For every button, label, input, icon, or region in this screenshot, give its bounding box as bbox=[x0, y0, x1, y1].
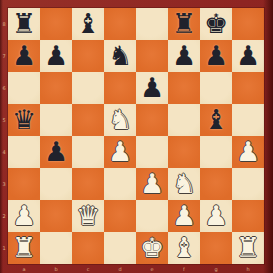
square-a6 bbox=[8, 72, 40, 104]
square-g2: ♟ bbox=[200, 200, 232, 232]
square-b1 bbox=[40, 232, 72, 264]
square-b7: ♟ bbox=[40, 40, 72, 72]
file-label-h: h bbox=[232, 266, 264, 272]
square-a3 bbox=[8, 168, 40, 200]
square-d7: ♞ bbox=[104, 40, 136, 72]
white-king-e1: ♚ bbox=[136, 232, 168, 264]
square-g4 bbox=[200, 136, 232, 168]
square-h1: ♜ bbox=[232, 232, 264, 264]
square-e3: ♟ bbox=[136, 168, 168, 200]
rank-label-7: 7 bbox=[1, 53, 7, 59]
white-knight-d5: ♞ bbox=[104, 104, 136, 136]
square-b5 bbox=[40, 104, 72, 136]
square-b2 bbox=[40, 200, 72, 232]
square-a7: ♟ bbox=[8, 40, 40, 72]
square-e8 bbox=[136, 8, 168, 40]
square-h5 bbox=[232, 104, 264, 136]
black-queen-a5: ♛ bbox=[8, 104, 40, 136]
square-b3 bbox=[40, 168, 72, 200]
black-rook-f8: ♜ bbox=[168, 8, 200, 40]
file-label-e: e bbox=[136, 266, 168, 272]
square-g6 bbox=[200, 72, 232, 104]
white-pawn-f2: ♟ bbox=[168, 200, 200, 232]
square-e7 bbox=[136, 40, 168, 72]
square-c8: ♝ bbox=[72, 8, 104, 40]
square-c3 bbox=[72, 168, 104, 200]
file-label-a: a bbox=[8, 266, 40, 272]
square-d8 bbox=[104, 8, 136, 40]
white-bishop-f1: ♝ bbox=[168, 232, 200, 264]
black-king-g8: ♚ bbox=[200, 8, 232, 40]
square-b4: ♟ bbox=[40, 136, 72, 168]
square-b8 bbox=[40, 8, 72, 40]
square-a8: ♜ bbox=[8, 8, 40, 40]
black-pawn-a7: ♟ bbox=[8, 40, 40, 72]
rank-label-5: 5 bbox=[1, 117, 7, 123]
square-b6 bbox=[40, 72, 72, 104]
square-c2: ♛ bbox=[72, 200, 104, 232]
square-h8 bbox=[232, 8, 264, 40]
black-bishop-c8: ♝ bbox=[72, 8, 104, 40]
chess-board: ♜♝♜♚♟♟♞♟♟♟♟♛♞♝♟♟♟♟♞♟♛♟♟♜♚♝♜ bbox=[8, 8, 264, 264]
square-c6 bbox=[72, 72, 104, 104]
square-f2: ♟ bbox=[168, 200, 200, 232]
file-label-d: d bbox=[104, 266, 136, 272]
square-e2 bbox=[136, 200, 168, 232]
square-d2 bbox=[104, 200, 136, 232]
white-rook-a1: ♜ bbox=[8, 232, 40, 264]
rank-label-8: 8 bbox=[1, 21, 7, 27]
file-label-f: f bbox=[168, 266, 200, 272]
square-e6: ♟ bbox=[136, 72, 168, 104]
black-pawn-g7: ♟ bbox=[200, 40, 232, 72]
square-d5: ♞ bbox=[104, 104, 136, 136]
square-a5: ♛ bbox=[8, 104, 40, 136]
rank-label-4: 4 bbox=[1, 149, 7, 155]
chess-diagram-page: ♜♝♜♚♟♟♞♟♟♟♟♛♞♝♟♟♟♟♞♟♛♟♟♜♚♝♜ 87654321abcd… bbox=[0, 0, 273, 273]
square-g1 bbox=[200, 232, 232, 264]
square-h4: ♟ bbox=[232, 136, 264, 168]
square-d3 bbox=[104, 168, 136, 200]
black-knight-d7: ♞ bbox=[104, 40, 136, 72]
white-queen-c2: ♛ bbox=[72, 200, 104, 232]
square-f6 bbox=[168, 72, 200, 104]
square-f3: ♞ bbox=[168, 168, 200, 200]
white-pawn-h4: ♟ bbox=[232, 136, 264, 168]
white-rook-h1: ♜ bbox=[232, 232, 264, 264]
square-g8: ♚ bbox=[200, 8, 232, 40]
square-f4 bbox=[168, 136, 200, 168]
square-e4 bbox=[136, 136, 168, 168]
square-a4 bbox=[8, 136, 40, 168]
black-pawn-h7: ♟ bbox=[232, 40, 264, 72]
square-c7 bbox=[72, 40, 104, 72]
square-f1: ♝ bbox=[168, 232, 200, 264]
square-c4 bbox=[72, 136, 104, 168]
square-c1 bbox=[72, 232, 104, 264]
black-bishop-g5: ♝ bbox=[200, 104, 232, 136]
rank-label-2: 2 bbox=[1, 213, 7, 219]
square-d1 bbox=[104, 232, 136, 264]
square-a1: ♜ bbox=[8, 232, 40, 264]
black-pawn-e6: ♟ bbox=[136, 72, 168, 104]
file-label-b: b bbox=[40, 266, 72, 272]
square-a2: ♟ bbox=[8, 200, 40, 232]
square-h6 bbox=[232, 72, 264, 104]
rank-label-1: 1 bbox=[1, 245, 7, 251]
file-label-g: g bbox=[200, 266, 232, 272]
square-f5 bbox=[168, 104, 200, 136]
white-knight-f3: ♞ bbox=[168, 168, 200, 200]
square-g5: ♝ bbox=[200, 104, 232, 136]
rank-label-6: 6 bbox=[1, 85, 7, 91]
white-pawn-a2: ♟ bbox=[8, 200, 40, 232]
black-pawn-b4: ♟ bbox=[40, 136, 72, 168]
black-rook-a8: ♜ bbox=[8, 8, 40, 40]
file-label-c: c bbox=[72, 266, 104, 272]
square-h2 bbox=[232, 200, 264, 232]
square-f7: ♟ bbox=[168, 40, 200, 72]
square-e5 bbox=[136, 104, 168, 136]
square-h7: ♟ bbox=[232, 40, 264, 72]
rank-label-3: 3 bbox=[1, 181, 7, 187]
square-g3 bbox=[200, 168, 232, 200]
square-f8: ♜ bbox=[168, 8, 200, 40]
white-pawn-e3: ♟ bbox=[136, 168, 168, 200]
white-pawn-d4: ♟ bbox=[104, 136, 136, 168]
square-c5 bbox=[72, 104, 104, 136]
square-h3 bbox=[232, 168, 264, 200]
square-e1: ♚ bbox=[136, 232, 168, 264]
white-pawn-g2: ♟ bbox=[200, 200, 232, 232]
square-d4: ♟ bbox=[104, 136, 136, 168]
black-pawn-b7: ♟ bbox=[40, 40, 72, 72]
square-d6 bbox=[104, 72, 136, 104]
black-pawn-f7: ♟ bbox=[168, 40, 200, 72]
square-g7: ♟ bbox=[200, 40, 232, 72]
